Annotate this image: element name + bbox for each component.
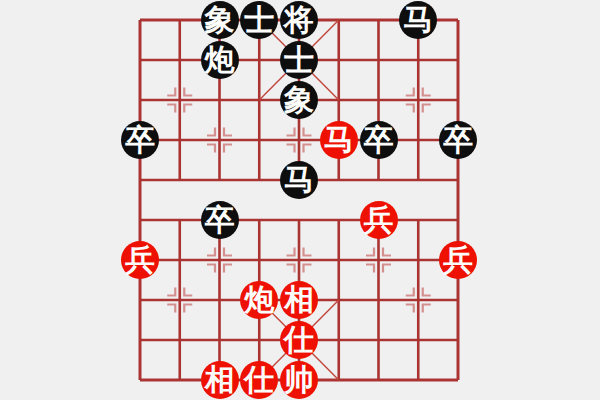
piece-black-soldier[interactable]: 卒 xyxy=(360,121,398,159)
piece-black-soldier[interactable]: 卒 xyxy=(201,201,239,239)
piece-black-advisor[interactable]: 士 xyxy=(280,41,318,79)
piece-black-cannon[interactable]: 炮 xyxy=(201,41,239,79)
piece-red-general[interactable]: 帅 xyxy=(280,361,318,399)
piece-black-horse[interactable]: 马 xyxy=(280,161,318,199)
piece-black-elephant[interactable]: 象 xyxy=(201,1,239,39)
xiangqi-board[interactable]: 象士将马炮士象卒马卒卒马卒兵兵兵炮相仕相仕帅 xyxy=(0,0,600,400)
piece-red-soldier[interactable]: 兵 xyxy=(439,241,477,279)
piece-black-advisor[interactable]: 士 xyxy=(240,1,278,39)
piece-red-cannon[interactable]: 炮 xyxy=(240,281,278,319)
board-stage: 象士将马炮士象卒马卒卒马卒兵兵兵炮相仕相仕帅 xyxy=(0,0,600,400)
piece-black-soldier[interactable]: 卒 xyxy=(439,121,477,159)
piece-black-horse[interactable]: 马 xyxy=(399,1,437,39)
piece-red-elephant[interactable]: 相 xyxy=(280,281,318,319)
piece-red-horse[interactable]: 马 xyxy=(320,121,358,159)
piece-black-soldier[interactable]: 卒 xyxy=(121,121,159,159)
piece-red-soldier[interactable]: 兵 xyxy=(360,201,398,239)
piece-red-elephant[interactable]: 相 xyxy=(201,361,239,399)
piece-layer: 象士将马炮士象卒马卒卒马卒兵兵兵炮相仕相仕帅 xyxy=(120,0,478,400)
piece-red-advisor[interactable]: 仕 xyxy=(240,361,278,399)
piece-red-soldier[interactable]: 兵 xyxy=(121,241,159,279)
piece-red-advisor[interactable]: 仕 xyxy=(280,321,318,359)
piece-black-elephant[interactable]: 象 xyxy=(280,81,318,119)
piece-black-general[interactable]: 将 xyxy=(280,1,318,39)
